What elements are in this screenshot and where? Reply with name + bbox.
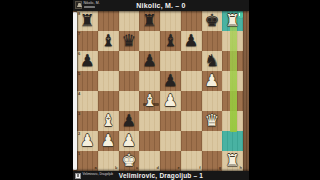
move-trail-arrow <box>230 18 237 132</box>
bottom-player-avatar-icon <box>75 173 81 179</box>
piece-black-king-g8[interactable]: ♚ <box>202 11 223 31</box>
square-d7[interactable] <box>139 31 160 51</box>
square-e1[interactable]: e <box>160 151 181 171</box>
top-player-avatar-icon <box>75 1 82 9</box>
piece-white-bishop-b3[interactable]: ♝ <box>98 111 119 131</box>
square-d4[interactable]: ♝ <box>139 91 160 111</box>
piece-black-queen-c7[interactable]: ♛ <box>119 31 140 51</box>
square-a2[interactable]: 2♟ <box>77 131 98 151</box>
rank-label-4: 4 <box>78 91 80 96</box>
file-label-d: d <box>157 165 159 170</box>
piece-black-rook-a8[interactable]: ♜ <box>77 11 98 31</box>
piece-black-knight-g6[interactable]: ♞ <box>202 51 223 71</box>
square-e5[interactable]: ♟ <box>160 71 181 91</box>
square-c1[interactable]: c♚ <box>119 151 140 171</box>
square-d2[interactable] <box>139 131 160 151</box>
square-b7[interactable]: ♝ <box>98 31 119 51</box>
square-b2[interactable]: ♟ <box>98 131 119 151</box>
bottom-player-card: Velimirovic, Dragoljub <box>75 172 113 179</box>
rank-label-3: 3 <box>78 111 80 116</box>
square-c4[interactable] <box>119 91 140 111</box>
file-label-f: f <box>199 165 200 170</box>
square-g6[interactable]: ♞ <box>202 51 223 71</box>
piece-black-bishop-b7[interactable]: ♝ <box>98 31 119 51</box>
square-c3[interactable]: ♟ <box>119 111 140 131</box>
square-d3[interactable] <box>139 111 160 131</box>
square-b1[interactable]: b <box>98 151 119 171</box>
square-g2[interactable] <box>202 131 223 151</box>
square-b5[interactable] <box>98 71 119 91</box>
top-player-card: Nikolic, M. <box>75 1 100 9</box>
file-label-e: e <box>178 165 180 170</box>
piece-black-pawn-c3[interactable]: ♟ <box>119 111 140 131</box>
top-player-card-clock <box>84 6 95 9</box>
square-d8[interactable]: ♜ <box>139 11 160 31</box>
square-e8[interactable] <box>160 11 181 31</box>
eval-bar <box>73 12 77 170</box>
square-e3[interactable] <box>160 111 181 131</box>
piece-white-pawn-g5[interactable]: ♟ <box>202 71 223 91</box>
square-d6[interactable]: ♟ <box>139 51 160 71</box>
square-c8[interactable] <box>119 11 140 31</box>
square-b6[interactable] <box>98 51 119 71</box>
square-d5[interactable] <box>139 71 160 91</box>
square-g3[interactable]: ♛ <box>202 111 223 131</box>
square-h1[interactable]: h♜ <box>222 151 243 171</box>
bottom-player-card-name: Velimirovic, Dragoljub <box>83 172 114 176</box>
square-a6[interactable]: 6♟ <box>77 51 98 71</box>
top-player-bar: Nikolic, M. Nikolic, M. – 0 <box>73 0 249 11</box>
square-d1[interactable]: d <box>139 151 160 171</box>
square-g4[interactable] <box>202 91 223 111</box>
square-f2[interactable] <box>181 131 202 151</box>
square-f8[interactable] <box>181 11 202 31</box>
piece-black-pawn-f7[interactable]: ♟ <box>181 31 202 51</box>
rank-label-5: 5 <box>78 71 80 76</box>
square-f1[interactable]: f <box>181 151 202 171</box>
content-column: Nikolic, M. Nikolic, M. – 0 8♜♜♚♜7♝♛♝♟6♟… <box>73 0 249 180</box>
chess-board: 8♜♜♚♜7♝♛♝♟6♟♟♞5♟♟4♝♟3♝♟♛2♟♟♟1abc♚defgh♜ <box>77 11 243 171</box>
square-g1[interactable]: g <box>202 151 223 171</box>
move-badge-icon <box>238 12 243 18</box>
rank-label-7: 7 <box>78 31 80 36</box>
square-c7[interactable]: ♛ <box>119 31 140 51</box>
square-a7[interactable]: 7 <box>77 31 98 51</box>
top-player-card-name: Nikolic, M. <box>84 1 100 5</box>
square-e6[interactable] <box>160 51 181 71</box>
square-a1[interactable]: 1a <box>77 151 98 171</box>
square-e2[interactable] <box>160 131 181 151</box>
piece-black-pawn-e5[interactable]: ♟ <box>160 71 181 91</box>
square-f4[interactable] <box>181 91 202 111</box>
square-f3[interactable] <box>181 111 202 131</box>
piece-white-queen-g3[interactable]: ♛ <box>202 111 223 131</box>
piece-white-king-c1[interactable]: ♚ <box>119 151 140 171</box>
piece-white-bishop-d4[interactable]: ♝ <box>139 91 160 111</box>
piece-black-pawn-d6[interactable]: ♟ <box>139 51 160 71</box>
square-b8[interactable] <box>98 11 119 31</box>
square-a5[interactable]: 5 <box>77 71 98 91</box>
piece-black-rook-d8[interactable]: ♜ <box>139 11 160 31</box>
piece-black-pawn-a6[interactable]: ♟ <box>77 51 98 71</box>
piece-white-pawn-b2[interactable]: ♟ <box>98 131 119 151</box>
letterbox-stage: Nikolic, M. Nikolic, M. – 0 8♜♜♚♜7♝♛♝♟6♟… <box>0 0 320 180</box>
piece-black-bishop-e7[interactable]: ♝ <box>160 31 181 51</box>
square-c2[interactable]: ♟ <box>119 131 140 151</box>
piece-white-pawn-c2[interactable]: ♟ <box>119 131 140 151</box>
square-a3[interactable]: 3 <box>77 111 98 131</box>
square-g8[interactable]: ♚ <box>202 11 223 31</box>
square-b4[interactable] <box>98 91 119 111</box>
file-label-a: a <box>95 165 97 170</box>
square-g5[interactable]: ♟ <box>202 71 223 91</box>
square-c5[interactable] <box>119 71 140 91</box>
square-e7[interactable]: ♝ <box>160 31 181 51</box>
square-f5[interactable] <box>181 71 202 91</box>
square-f7[interactable]: ♟ <box>181 31 202 51</box>
square-c6[interactable] <box>119 51 140 71</box>
square-h2[interactable] <box>222 131 243 151</box>
piece-white-pawn-e4[interactable]: ♟ <box>160 91 181 111</box>
piece-white-rook-h1[interactable]: ♜ <box>222 151 243 171</box>
file-label-b: b <box>115 165 117 170</box>
square-f6[interactable] <box>181 51 202 71</box>
piece-white-pawn-a2[interactable]: ♟ <box>77 131 98 151</box>
square-a4[interactable]: 4 <box>77 91 98 111</box>
file-label-g: g <box>219 165 221 170</box>
square-g7[interactable] <box>202 31 223 51</box>
square-a8[interactable]: 8♜ <box>77 11 98 31</box>
bottom-player-bar: Velimirovic, Dragoljub Velimirovic, Drag… <box>73 171 249 180</box>
square-e4[interactable]: ♟ <box>160 91 181 111</box>
rank-label-1: 1 <box>78 151 80 156</box>
square-b3[interactable]: ♝ <box>98 111 119 131</box>
board-frame: 8♜♜♚♜7♝♛♝♟6♟♟♞5♟♟4♝♟3♝♟♛2♟♟♟1abc♚defgh♜ <box>73 11 249 172</box>
